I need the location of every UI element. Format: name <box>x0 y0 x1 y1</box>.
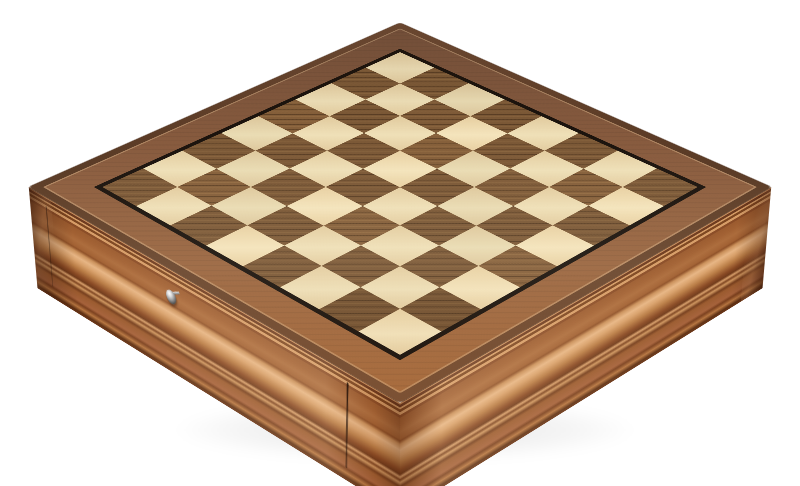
square-r7c3 <box>206 225 284 266</box>
product-photo <box>0 0 800 486</box>
square-r3c7 <box>516 225 594 266</box>
square-r5c6 <box>400 245 479 287</box>
square-r1c7 <box>589 187 664 225</box>
square-r7c6 <box>319 287 400 331</box>
square-r7c4 <box>243 245 322 287</box>
square-r3c5 <box>438 187 513 225</box>
perspective-scene <box>0 0 800 486</box>
chess-board-case <box>29 23 771 403</box>
square-r2c7 <box>553 206 630 246</box>
square-r5c4 <box>323 206 400 246</box>
square-r7c1 <box>136 187 211 225</box>
square-r6c4 <box>284 225 362 266</box>
square-r5c5 <box>361 225 439 266</box>
square-r4c6 <box>439 225 517 266</box>
square-r4c5 <box>400 206 477 246</box>
square-r3c6 <box>477 206 554 246</box>
square-r6c2 <box>211 187 286 225</box>
square-r7c2 <box>170 206 247 246</box>
square-r6c6 <box>360 266 440 309</box>
square-r4c7 <box>479 245 558 287</box>
square-r7c5 <box>280 266 360 309</box>
square-r2c6 <box>513 187 588 225</box>
square-r6c3 <box>247 206 324 246</box>
square-r5c7 <box>440 266 520 309</box>
square-r4c4 <box>362 187 437 225</box>
square-r7c7 <box>359 309 441 355</box>
square-r5c3 <box>287 187 362 225</box>
square-r6c5 <box>321 245 400 287</box>
square-r6c7 <box>400 287 481 331</box>
